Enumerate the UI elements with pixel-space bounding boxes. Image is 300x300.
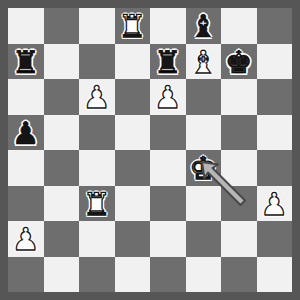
square-f3[interactable] — [186, 186, 222, 222]
square-b2[interactable] — [44, 221, 80, 257]
chess-board: ♜♝♜♜♝♚♟♟♟♚♜♟♟ — [8, 8, 292, 292]
piece-white-rook-d8[interactable]: ♜ — [115, 8, 151, 44]
square-g2[interactable] — [221, 221, 257, 257]
square-c8[interactable] — [79, 8, 115, 44]
square-a1[interactable] — [8, 257, 44, 293]
square-d7[interactable] — [115, 44, 151, 80]
square-c5[interactable] — [79, 115, 115, 151]
square-a2[interactable]: ♟ — [8, 221, 44, 257]
square-d1[interactable] — [115, 257, 151, 293]
square-d8[interactable]: ♜ — [115, 8, 151, 44]
square-f4[interactable]: ♚ — [186, 150, 222, 186]
square-d3[interactable] — [115, 186, 151, 222]
piece-white-king-f4[interactable]: ♚ — [186, 150, 222, 186]
square-b1[interactable] — [44, 257, 80, 293]
square-g1[interactable] — [221, 257, 257, 293]
square-a8[interactable] — [8, 8, 44, 44]
square-e8[interactable] — [150, 8, 186, 44]
square-a5[interactable]: ♟ — [8, 115, 44, 151]
square-e2[interactable] — [150, 221, 186, 257]
piece-white-rook-c3[interactable]: ♜ — [79, 186, 115, 222]
square-g6[interactable] — [221, 79, 257, 115]
square-a4[interactable] — [8, 150, 44, 186]
square-e1[interactable] — [150, 257, 186, 293]
square-c1[interactable] — [79, 257, 115, 293]
square-c4[interactable] — [79, 150, 115, 186]
square-b5[interactable] — [44, 115, 80, 151]
square-c7[interactable] — [79, 44, 115, 80]
square-c3[interactable]: ♜ — [79, 186, 115, 222]
square-b8[interactable] — [44, 8, 80, 44]
square-h7[interactable] — [257, 44, 293, 80]
piece-black-pawn-a5[interactable]: ♟ — [8, 115, 44, 151]
piece-white-pawn-c6[interactable]: ♟ — [79, 79, 115, 115]
square-a6[interactable] — [8, 79, 44, 115]
square-g4[interactable] — [221, 150, 257, 186]
piece-white-pawn-h3[interactable]: ♟ — [257, 186, 293, 222]
piece-white-pawn-e6[interactable]: ♟ — [150, 79, 186, 115]
square-f8[interactable]: ♝ — [186, 8, 222, 44]
piece-white-pawn-a2[interactable]: ♟ — [8, 221, 44, 257]
piece-white-bishop-f7[interactable]: ♝ — [186, 44, 222, 80]
square-e3[interactable] — [150, 186, 186, 222]
square-a3[interactable] — [8, 186, 44, 222]
square-d5[interactable] — [115, 115, 151, 151]
square-f7[interactable]: ♝ — [186, 44, 222, 80]
square-h8[interactable] — [257, 8, 293, 44]
square-d6[interactable] — [115, 79, 151, 115]
square-h4[interactable] — [257, 150, 293, 186]
piece-black-king-g7[interactable]: ♚ — [221, 44, 257, 80]
square-h1[interactable] — [257, 257, 293, 293]
square-f1[interactable] — [186, 257, 222, 293]
square-e6[interactable]: ♟ — [150, 79, 186, 115]
square-c6[interactable]: ♟ — [79, 79, 115, 115]
square-e4[interactable] — [150, 150, 186, 186]
square-e5[interactable] — [150, 115, 186, 151]
square-f2[interactable] — [186, 221, 222, 257]
square-g5[interactable] — [221, 115, 257, 151]
piece-black-bishop-f8[interactable]: ♝ — [186, 8, 222, 44]
square-e7[interactable]: ♜ — [150, 44, 186, 80]
piece-black-rook-e7[interactable]: ♜ — [150, 44, 186, 80]
square-f5[interactable] — [186, 115, 222, 151]
piece-black-rook-a7[interactable]: ♜ — [8, 44, 44, 80]
square-h6[interactable] — [257, 79, 293, 115]
square-d2[interactable] — [115, 221, 151, 257]
square-b6[interactable] — [44, 79, 80, 115]
square-c2[interactable] — [79, 221, 115, 257]
square-h3[interactable]: ♟ — [257, 186, 293, 222]
square-h5[interactable] — [257, 115, 293, 151]
square-h2[interactable] — [257, 221, 293, 257]
square-a7[interactable]: ♜ — [8, 44, 44, 80]
square-b3[interactable] — [44, 186, 80, 222]
square-b4[interactable] — [44, 150, 80, 186]
square-b7[interactable] — [44, 44, 80, 80]
square-g7[interactable]: ♚ — [221, 44, 257, 80]
square-g3[interactable] — [221, 186, 257, 222]
square-d4[interactable] — [115, 150, 151, 186]
board-frame: ♜♝♜♜♝♚♟♟♟♚♜♟♟ — [0, 0, 300, 300]
square-f6[interactable] — [186, 79, 222, 115]
square-g8[interactable] — [221, 8, 257, 44]
